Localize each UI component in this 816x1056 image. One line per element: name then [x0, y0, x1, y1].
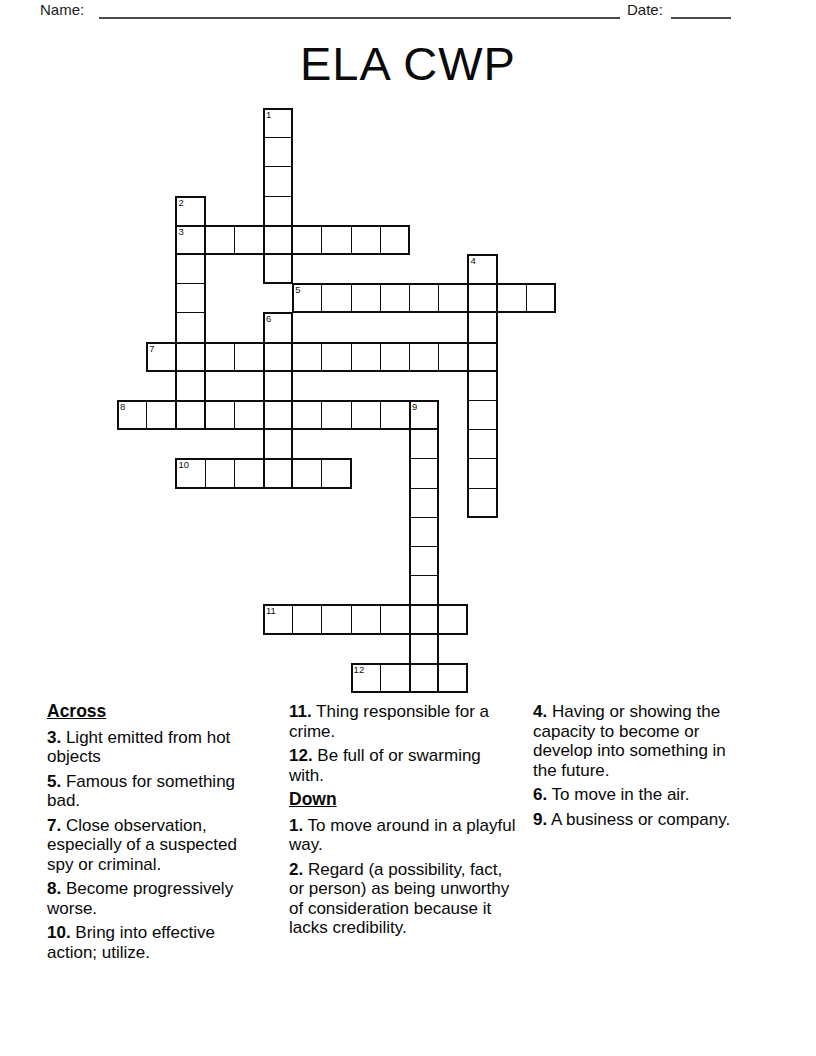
grid-cell-r17c6[interactable]: [292, 604, 322, 634]
clue-7-across: 7. Close observation, especially of a su…: [47, 816, 253, 875]
grid-cell-r8c8[interactable]: [351, 342, 381, 372]
grid-cell-r6c11[interactable]: [438, 283, 468, 313]
grid-cell-r4c4[interactable]: [234, 225, 264, 255]
grid-cell-r13c10[interactable]: [409, 488, 439, 518]
grid-cell-r9c5[interactable]: [263, 371, 293, 401]
grid-cell-r4c2[interactable]: 3: [175, 225, 205, 255]
grid-cell-r8c9[interactable]: [380, 342, 410, 372]
grid-cell-r10c12[interactable]: [467, 400, 497, 430]
grid-cell-r13c12[interactable]: [467, 488, 497, 518]
grid-cell-r8c11[interactable]: [438, 342, 468, 372]
clues-column-3: 4. Having or showing the capacity to bec…: [533, 702, 753, 834]
grid-cell-r14c10[interactable]: [409, 517, 439, 547]
grid-cell-r4c5[interactable]: [263, 225, 293, 255]
grid-cell-r12c10[interactable]: [409, 458, 439, 488]
clue-11-across: 11. Thing responsible for a crime.: [289, 702, 517, 741]
grid-cell-r3c2[interactable]: 2: [175, 196, 205, 226]
grid-cell-r8c3[interactable]: [205, 342, 235, 372]
clue-number: 3.: [47, 728, 61, 747]
clue-9-down: 9. A business or company.: [533, 810, 753, 830]
grid-cell-r17c8[interactable]: [351, 604, 381, 634]
grid-cell-r0c5[interactable]: 1: [263, 108, 293, 138]
clue-5-across: 5. Famous for something bad.: [47, 772, 253, 811]
grid-cell-r12c6[interactable]: [292, 458, 322, 488]
grid-cell-r18c10[interactable]: [409, 634, 439, 664]
clue-12-across: 12. Be full of or swarming with.: [289, 746, 517, 785]
grid-cell-r12c7[interactable]: [321, 458, 351, 488]
clue-number: 11.: [289, 702, 312, 721]
grid-cell-r4c7[interactable]: [321, 225, 351, 255]
clue-number: 9.: [533, 810, 547, 829]
grid-cell-r5c2[interactable]: [175, 254, 205, 284]
grid-cell-r9c12[interactable]: [467, 371, 497, 401]
grid-cell-r8c2[interactable]: [175, 342, 205, 372]
clues-column-2: 11. Thing responsible for a crime.12. Be…: [289, 702, 517, 943]
grid-cell-r10c0[interactable]: 8: [117, 400, 147, 430]
grid-cell-r17c10[interactable]: [409, 604, 439, 634]
grid-cell-r10c7[interactable]: [321, 400, 351, 430]
grid-cell-r6c9[interactable]: [380, 283, 410, 313]
cell-number-2: 2: [178, 197, 183, 208]
grid-cell-r10c2[interactable]: [175, 400, 205, 430]
clue-number: 4.: [533, 702, 547, 721]
clue-3-across: 3. Light emitted from hot objects: [47, 728, 253, 767]
clue-number: 5.: [47, 772, 61, 791]
grid-cell-r19c11[interactable]: [438, 663, 468, 693]
grid-cell-r6c13[interactable]: [497, 283, 527, 313]
clue-1-down: 1. To move around in a playful way.: [289, 816, 517, 855]
grid-cell-r4c9[interactable]: [380, 225, 410, 255]
grid-cell-r11c12[interactable]: [467, 429, 497, 459]
grid-cell-r10c4[interactable]: [234, 400, 264, 430]
down-clues-header: Down: [289, 790, 517, 810]
grid-cell-r8c12[interactable]: [467, 342, 497, 372]
cell-number-8: 8: [120, 401, 125, 412]
grid-cell-r6c10[interactable]: [409, 283, 439, 313]
grid-cell-r12c4[interactable]: [234, 458, 264, 488]
grid-cell-r17c7[interactable]: [321, 604, 351, 634]
clues-column-1: Across3. Light emitted from hot objects5…: [47, 702, 253, 967]
grid-cell-r8c1[interactable]: 7: [146, 342, 176, 372]
grid-cell-r8c5[interactable]: [263, 342, 293, 372]
cell-number-7: 7: [149, 343, 154, 354]
grid-cell-r6c8[interactable]: [351, 283, 381, 313]
grid-cell-r19c9[interactable]: [380, 663, 410, 693]
grid-cell-r7c12[interactable]: [467, 312, 497, 342]
grid-cell-r10c3[interactable]: [205, 400, 235, 430]
clue-number: 6.: [533, 785, 547, 804]
clue-10-across: 10. Bring into effective action; utilize…: [47, 923, 253, 962]
across-clues-header: Across: [47, 702, 253, 722]
cell-number-1: 1: [266, 109, 271, 120]
grid-cell-r10c9[interactable]: [380, 400, 410, 430]
grid-cell-r10c8[interactable]: [351, 400, 381, 430]
clue-6-down: 6. To move in the air.: [533, 785, 753, 805]
clue-number: 12.: [289, 746, 313, 765]
clue-2-down: 2. Regard (a possibility, fact, or perso…: [289, 860, 517, 938]
grid-cell-r10c1[interactable]: [146, 400, 176, 430]
grid-cell-r9c2[interactable]: [175, 371, 205, 401]
grid-cell-r6c2[interactable]: [175, 283, 205, 313]
grid-cell-r19c8[interactable]: 12: [351, 663, 381, 693]
crossword-grid: 123456789101112: [0, 0, 816, 700]
grid-cell-r10c6[interactable]: [292, 400, 322, 430]
grid-cell-r17c9[interactable]: [380, 604, 410, 634]
cell-number-11: 11: [266, 605, 276, 616]
grid-cell-r6c14[interactable]: [526, 283, 556, 313]
grid-cell-r8c4[interactable]: [234, 342, 264, 372]
grid-cell-r4c8[interactable]: [351, 225, 381, 255]
grid-cell-r7c2[interactable]: [175, 312, 205, 342]
grid-cell-r5c12[interactable]: 4: [467, 254, 497, 284]
grid-cell-r5c5[interactable]: [263, 254, 293, 284]
grid-cell-r10c5[interactable]: [263, 400, 293, 430]
grid-cell-r16c10[interactable]: [409, 575, 439, 605]
cell-number-6: 6: [266, 313, 271, 324]
cell-number-5: 5: [295, 284, 300, 295]
grid-cell-r1c5[interactable]: [263, 137, 293, 167]
grid-cell-r17c11[interactable]: [438, 604, 468, 634]
grid-cell-r12c2[interactable]: 10: [175, 458, 205, 488]
grid-cell-r17c5[interactable]: 11: [263, 604, 293, 634]
grid-cell-r2c5[interactable]: [263, 166, 293, 196]
cell-number-3: 3: [178, 226, 183, 237]
clue-number: 8.: [47, 879, 61, 898]
grid-cell-r8c7[interactable]: [321, 342, 351, 372]
grid-cell-r11c5[interactable]: [263, 429, 293, 459]
clue-8-across: 8. Become progressively worse.: [47, 879, 253, 918]
grid-cell-r15c10[interactable]: [409, 546, 439, 576]
clue-number: 7.: [47, 816, 61, 835]
grid-cell-r3c5[interactable]: [263, 196, 293, 226]
grid-cell-r12c5[interactable]: [263, 458, 293, 488]
cell-number-12: 12: [354, 664, 365, 675]
clue-number: 2.: [289, 860, 303, 879]
grid-cell-r4c3[interactable]: [205, 225, 235, 255]
grid-cell-r4c6[interactable]: [292, 225, 322, 255]
grid-cell-r12c12[interactable]: [467, 458, 497, 488]
grid-cell-r6c12[interactable]: [467, 283, 497, 313]
grid-cell-r8c10[interactable]: [409, 342, 439, 372]
clue-4-down: 4. Having or showing the capacity to bec…: [533, 702, 753, 780]
grid-cell-r8c6[interactable]: [292, 342, 322, 372]
cell-number-10: 10: [178, 459, 189, 470]
cell-number-4: 4: [470, 255, 475, 266]
clue-number: 1.: [289, 816, 303, 835]
grid-cell-r19c10[interactable]: [409, 663, 439, 693]
grid-cell-r6c6[interactable]: 5: [292, 283, 322, 313]
clue-number: 10.: [47, 923, 71, 942]
cell-number-9: 9: [412, 401, 417, 412]
grid-cell-r12c3[interactable]: [205, 458, 235, 488]
grid-cell-r7c5[interactable]: 6: [263, 312, 293, 342]
grid-cell-r10c10[interactable]: 9: [409, 400, 439, 430]
grid-cell-r11c10[interactable]: [409, 429, 439, 459]
grid-cell-r6c7[interactable]: [321, 283, 351, 313]
